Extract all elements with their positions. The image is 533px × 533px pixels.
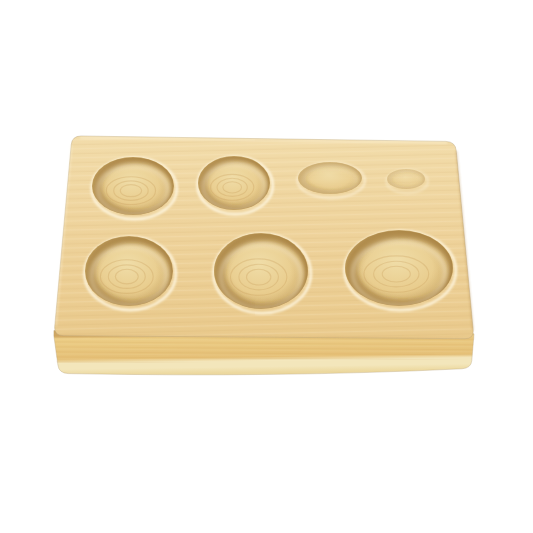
pit-bottom-1[interactable] <box>85 236 176 310</box>
pit-bottom-2[interactable] <box>214 233 311 313</box>
pit-top-3[interactable] <box>298 162 365 198</box>
board-photo <box>0 0 533 533</box>
pit-top-1[interactable] <box>92 157 177 219</box>
pit-bottom-3[interactable] <box>345 230 456 310</box>
wooden-board <box>54 136 474 375</box>
product-photo <box>0 0 533 533</box>
pit-top-2[interactable] <box>198 156 273 214</box>
